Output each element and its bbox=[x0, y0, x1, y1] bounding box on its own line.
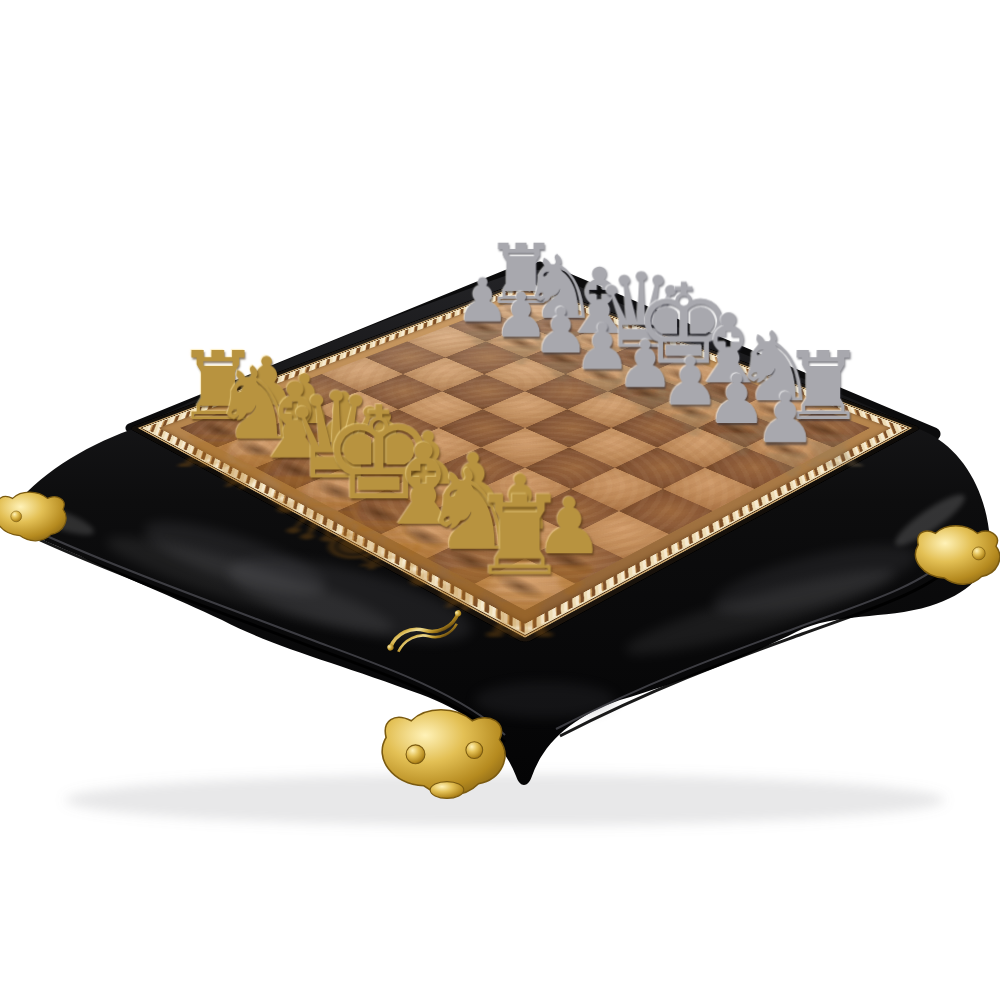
chess-board: ♜♜♞♞♝♝♛♛♚♚♝♝♞♞♜♜♟♟♟♟♟♟♟♟♟♟♟♟♟♟♟♟♟♟♟♟♟♟♟♟… bbox=[129, 281, 921, 644]
board-scene: ♜♜♞♞♝♝♛♛♚♚♝♝♞♞♜♜♟♟♟♟♟♟♟♟♟♟♟♟♟♟♟♟♟♟♟♟♟♟♟♟… bbox=[0, 0, 1000, 1000]
chess-set-photo: ♜♜♞♞♝♝♛♛♚♚♝♝♞♞♜♜♟♟♟♟♟♟♟♟♟♟♟♟♟♟♟♟♟♟♟♟♟♟♟♟… bbox=[0, 0, 1000, 1000]
